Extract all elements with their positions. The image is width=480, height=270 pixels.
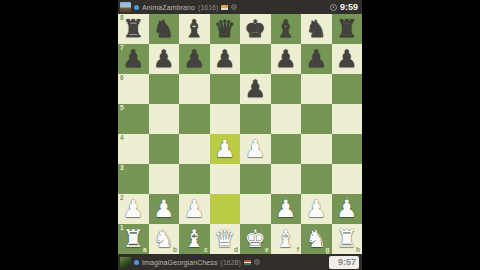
black-pawn-d7[interactable]: ♟ xyxy=(214,44,236,74)
player-bar: ImaginaGeorgianChess (1628) 9:57 xyxy=(118,254,362,270)
square-b4[interactable] xyxy=(149,134,180,164)
square-a7[interactable]: 7♟ xyxy=(118,44,149,74)
square-g2[interactable]: ♟ xyxy=(301,194,332,224)
white-pawn-c2[interactable]: ♟ xyxy=(183,194,205,224)
black-king-e8[interactable]: ♚ xyxy=(244,14,266,44)
opponent-clock: 9:59 xyxy=(340,2,358,12)
player-name[interactable]: ImaginaGeorgianChess xyxy=(142,259,218,266)
square-c6[interactable] xyxy=(179,74,210,104)
square-a2[interactable]: 2♟ xyxy=(118,194,149,224)
black-pawn-a7[interactable]: ♟ xyxy=(122,44,144,74)
file-label-h: h xyxy=(356,247,360,254)
flag-icon xyxy=(244,260,251,265)
black-queen-d8[interactable]: ♛ xyxy=(214,14,236,44)
black-pawn-b7[interactable]: ♟ xyxy=(153,44,175,74)
flag-icon xyxy=(221,5,228,10)
flair-icon xyxy=(134,260,139,265)
square-b8[interactable]: ♞ xyxy=(149,14,180,44)
game-window: AnimaZambrano (1616) 9:59 8♜♞♝♛♚♝♞♜7♟♟♟♟… xyxy=(118,0,362,270)
square-h3[interactable] xyxy=(332,164,363,194)
square-h4[interactable] xyxy=(332,134,363,164)
square-g5[interactable] xyxy=(301,104,332,134)
square-e8[interactable]: ♚ xyxy=(240,14,271,44)
square-d1[interactable]: d♛ xyxy=(210,224,241,254)
rank-label-7: 7 xyxy=(120,45,124,52)
globe-icon xyxy=(254,259,260,265)
black-knight-b8[interactable]: ♞ xyxy=(153,14,175,44)
black-knight-g8[interactable]: ♞ xyxy=(305,14,327,44)
white-pawn-e4[interactable]: ♟ xyxy=(244,134,266,164)
rank-label-1: 1 xyxy=(120,225,124,232)
file-label-b: b xyxy=(173,247,177,254)
white-pawn-f2[interactable]: ♟ xyxy=(275,194,297,224)
square-a6[interactable]: 6 xyxy=(118,74,149,104)
square-d6[interactable] xyxy=(210,74,241,104)
white-king-e1[interactable]: ♚ xyxy=(244,224,266,254)
square-f2[interactable]: ♟ xyxy=(271,194,302,224)
rank-label-3: 3 xyxy=(120,165,124,172)
black-pawn-e6[interactable]: ♟ xyxy=(244,74,266,104)
square-c2[interactable]: ♟ xyxy=(179,194,210,224)
square-g1[interactable]: g♞ xyxy=(301,224,332,254)
square-e3[interactable] xyxy=(240,164,271,194)
square-f4[interactable] xyxy=(271,134,302,164)
rank-label-8: 8 xyxy=(120,15,124,22)
white-pawn-h2[interactable]: ♟ xyxy=(336,194,358,224)
white-knight-g1[interactable]: ♞ xyxy=(305,224,327,254)
black-bishop-c8[interactable]: ♝ xyxy=(183,14,205,44)
opponent-name[interactable]: AnimaZambrano xyxy=(142,4,195,11)
globe-icon xyxy=(231,4,237,10)
chess-board[interactable]: 8♜♞♝♛♚♝♞♜7♟♟♟♟♟♟♟6♟54♟♟32♟♟♟♟♟♟1a♜b♞c♝d♛… xyxy=(118,14,362,254)
square-d5[interactable] xyxy=(210,104,241,134)
clock-icon xyxy=(330,4,337,11)
black-pawn-c7[interactable]: ♟ xyxy=(183,44,205,74)
white-queen-d1[interactable]: ♛ xyxy=(214,224,236,254)
square-b5[interactable] xyxy=(149,104,180,134)
square-c1[interactable]: c♝ xyxy=(179,224,210,254)
white-pawn-d4[interactable]: ♟ xyxy=(214,134,236,164)
square-g8[interactable]: ♞ xyxy=(301,14,332,44)
black-bishop-f8[interactable]: ♝ xyxy=(275,14,297,44)
player-rating: (1628) xyxy=(221,259,241,266)
opponent-avatar[interactable] xyxy=(120,2,131,13)
player-clock: 9:57 xyxy=(329,256,359,269)
square-e5[interactable] xyxy=(240,104,271,134)
square-b1[interactable]: b♞ xyxy=(149,224,180,254)
square-b7[interactable]: ♟ xyxy=(149,44,180,74)
square-a3[interactable]: 3 xyxy=(118,164,149,194)
square-d4[interactable]: ♟ xyxy=(210,134,241,164)
square-g6[interactable] xyxy=(301,74,332,104)
white-rook-a1[interactable]: ♜ xyxy=(122,224,144,254)
square-e6[interactable]: ♟ xyxy=(240,74,271,104)
player-avatar[interactable] xyxy=(120,257,131,268)
square-h7[interactable]: ♟ xyxy=(332,44,363,74)
white-bishop-f1[interactable]: ♝ xyxy=(275,224,297,254)
file-label-c: c xyxy=(204,247,208,254)
square-c5[interactable] xyxy=(179,104,210,134)
file-label-f: f xyxy=(297,247,299,254)
white-knight-b1[interactable]: ♞ xyxy=(153,224,175,254)
square-f6[interactable] xyxy=(271,74,302,104)
rank-label-6: 6 xyxy=(120,75,124,82)
square-f5[interactable] xyxy=(271,104,302,134)
black-pawn-f7[interactable]: ♟ xyxy=(275,44,297,74)
file-label-g: g xyxy=(326,247,330,254)
square-f7[interactable]: ♟ xyxy=(271,44,302,74)
file-label-d: d xyxy=(234,247,238,254)
square-f1[interactable]: f♝ xyxy=(271,224,302,254)
square-e2[interactable] xyxy=(240,194,271,224)
square-d7[interactable]: ♟ xyxy=(210,44,241,74)
square-f3[interactable] xyxy=(271,164,302,194)
square-f8[interactable]: ♝ xyxy=(271,14,302,44)
black-rook-a8[interactable]: ♜ xyxy=(122,14,144,44)
square-d2[interactable] xyxy=(210,194,241,224)
square-e7[interactable] xyxy=(240,44,271,74)
square-h5[interactable] xyxy=(332,104,363,134)
black-rook-h8[interactable]: ♜ xyxy=(336,14,358,44)
rank-label-2: 2 xyxy=(120,195,124,202)
square-a5[interactable]: 5 xyxy=(118,104,149,134)
square-c3[interactable] xyxy=(179,164,210,194)
white-pawn-g2[interactable]: ♟ xyxy=(305,194,327,224)
white-pawn-a2[interactable]: ♟ xyxy=(122,194,144,224)
square-h1[interactable]: h♜ xyxy=(332,224,363,254)
square-e4[interactable]: ♟ xyxy=(240,134,271,164)
rank-label-5: 5 xyxy=(120,105,124,112)
square-g3[interactable] xyxy=(301,164,332,194)
file-label-a: a xyxy=(143,247,147,254)
square-b2[interactable]: ♟ xyxy=(149,194,180,224)
file-label-e: e xyxy=(265,247,269,254)
square-h8[interactable]: ♜ xyxy=(332,14,363,44)
square-b6[interactable] xyxy=(149,74,180,104)
white-rook-h1[interactable]: ♜ xyxy=(336,224,358,254)
white-pawn-b2[interactable]: ♟ xyxy=(153,194,175,224)
square-a8[interactable]: 8♜ xyxy=(118,14,149,44)
black-pawn-h7[interactable]: ♟ xyxy=(336,44,358,74)
square-c8[interactable]: ♝ xyxy=(179,14,210,44)
square-h2[interactable]: ♟ xyxy=(332,194,363,224)
opponent-bar: AnimaZambrano (1616) 9:59 xyxy=(118,0,362,14)
square-c7[interactable]: ♟ xyxy=(179,44,210,74)
black-pawn-g7[interactable]: ♟ xyxy=(305,44,327,74)
opponent-rating: (1616) xyxy=(198,4,218,11)
rank-label-4: 4 xyxy=(120,135,124,142)
flair-icon xyxy=(134,5,139,10)
square-h6[interactable] xyxy=(332,74,363,104)
square-c4[interactable] xyxy=(179,134,210,164)
square-e1[interactable]: e♚ xyxy=(240,224,271,254)
square-g7[interactable]: ♟ xyxy=(301,44,332,74)
square-d3[interactable] xyxy=(210,164,241,194)
square-d8[interactable]: ♛ xyxy=(210,14,241,44)
square-a1[interactable]: 1a♜ xyxy=(118,224,149,254)
square-b3[interactable] xyxy=(149,164,180,194)
square-g4[interactable] xyxy=(301,134,332,164)
square-a4[interactable]: 4 xyxy=(118,134,149,164)
white-bishop-c1[interactable]: ♝ xyxy=(183,224,205,254)
